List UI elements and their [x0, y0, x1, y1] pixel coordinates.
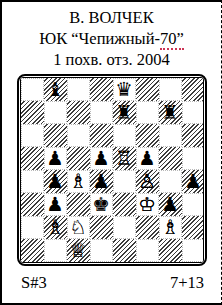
square-b8[interactable]: ♝ [44, 78, 67, 101]
black-rook: ♜ [159, 101, 182, 124]
caption-row: S#3 7+13 [2, 273, 221, 293]
square-d5[interactable]: ♟ [90, 147, 113, 170]
black-pawn: ♟ [90, 170, 113, 193]
square-g1[interactable] [159, 239, 182, 262]
square-h1[interactable] [182, 239, 204, 262]
square-b4[interactable]: ♟ [44, 170, 67, 193]
board-frame-inner: ♝♛♜♜♟♟♖♟♟♗♟♙♟♟♚♔♟♗♘♗♕ [20, 77, 204, 263]
square-b3[interactable]: ♟ [44, 193, 67, 216]
black-pawn: ♟ [137, 148, 158, 169]
problem-card: В. ВОЛЧЕК ЮК “Чепижный-70” 1 похв. отз. … [0, 0, 222, 305]
square-a6[interactable] [21, 124, 44, 147]
square-f3[interactable]: ♔ [136, 193, 159, 216]
square-d7[interactable] [90, 101, 113, 124]
square-d2[interactable] [90, 216, 113, 239]
square-c6[interactable] [67, 124, 90, 147]
white-bishop: ♗ [160, 217, 181, 238]
square-h6[interactable] [182, 124, 204, 147]
black-rook: ♜ [113, 101, 136, 124]
black-pawn: ♟ [44, 170, 67, 193]
square-a5[interactable] [21, 147, 44, 170]
square-e2[interactable] [113, 216, 136, 239]
white-bishop: ♗ [68, 171, 89, 192]
square-e4[interactable] [113, 170, 136, 193]
square-e6[interactable] [113, 124, 136, 147]
square-c1[interactable]: ♕ [67, 239, 90, 262]
square-g7[interactable]: ♜ [159, 101, 182, 124]
tournament-prefix: ЮК “Чепижный- [39, 29, 160, 48]
square-c2[interactable]: ♘ [67, 216, 90, 239]
square-e1[interactable] [113, 239, 136, 262]
black-queen: ♛ [114, 79, 135, 100]
chessboard[interactable]: ♝♛♜♜♟♟♖♟♟♗♟♙♟♟♚♔♟♗♘♗♕ [21, 78, 203, 262]
black-pawn: ♟ [45, 194, 66, 215]
square-c5[interactable] [67, 147, 90, 170]
black-pawn: ♟ [45, 148, 66, 169]
board-frame: ♝♛♜♜♟♟♖♟♟♗♟♙♟♟♚♔♟♗♘♗♕ [17, 74, 207, 266]
square-h8[interactable] [182, 78, 204, 101]
square-f2[interactable] [136, 216, 159, 239]
square-c8[interactable] [67, 78, 90, 101]
square-a2[interactable] [21, 216, 44, 239]
square-g8[interactable] [159, 78, 182, 101]
square-h5[interactable] [182, 147, 204, 170]
square-a7[interactable] [21, 101, 44, 124]
square-f8[interactable] [136, 78, 159, 101]
square-g4[interactable] [159, 170, 182, 193]
black-pawn: ♟ [159, 193, 182, 216]
square-e5[interactable]: ♖ [113, 147, 136, 170]
black-king: ♚ [91, 194, 112, 215]
square-f5[interactable]: ♟ [136, 147, 159, 170]
square-e3[interactable] [113, 193, 136, 216]
white-rook: ♖ [113, 147, 136, 170]
square-g6[interactable] [159, 124, 182, 147]
square-d8[interactable] [90, 78, 113, 101]
square-f4[interactable]: ♙ [136, 170, 159, 193]
square-h7[interactable] [182, 101, 204, 124]
tournament-line: ЮК “Чепижный-70” [2, 28, 221, 49]
square-b2[interactable]: ♗ [44, 216, 67, 239]
square-g2[interactable]: ♗ [159, 216, 182, 239]
material-count: 7+13 [170, 273, 204, 293]
square-a4[interactable] [21, 170, 44, 193]
square-e7[interactable]: ♜ [113, 101, 136, 124]
square-d3[interactable]: ♚ [90, 193, 113, 216]
square-d4[interactable]: ♟ [90, 170, 113, 193]
square-h2[interactable] [182, 216, 204, 239]
black-pawn: ♟ [182, 170, 204, 193]
problem-header: В. ВОЛЧЕК ЮК “Чепижный-70” 1 похв. отз. … [2, 2, 221, 70]
square-b1[interactable] [44, 239, 67, 262]
square-a3[interactable] [21, 193, 44, 216]
square-d6[interactable] [90, 124, 113, 147]
square-e8[interactable]: ♛ [113, 78, 136, 101]
white-king: ♔ [137, 194, 158, 215]
composer-name: В. ВОЛЧЕК [2, 7, 221, 28]
black-bishop: ♝ [44, 78, 67, 101]
stipulation-label: S#3 [21, 273, 47, 293]
square-f1[interactable] [136, 239, 159, 262]
square-h4[interactable]: ♟ [182, 170, 204, 193]
white-pawn: ♙ [136, 170, 159, 193]
square-g5[interactable] [159, 147, 182, 170]
square-b6[interactable] [44, 124, 67, 147]
square-d1[interactable] [90, 239, 113, 262]
square-h3[interactable] [182, 193, 204, 216]
square-a1[interactable] [21, 239, 44, 262]
black-pawn: ♟ [91, 148, 112, 169]
square-b5[interactable]: ♟ [44, 147, 67, 170]
square-b7[interactable] [44, 101, 67, 124]
tournament-marked-text: 70” [160, 29, 184, 50]
white-queen: ♕ [67, 239, 90, 262]
square-f6[interactable] [136, 124, 159, 147]
square-f7[interactable] [136, 101, 159, 124]
square-c7[interactable] [67, 101, 90, 124]
square-c4[interactable]: ♗ [67, 170, 90, 193]
white-bishop: ♗ [44, 216, 67, 239]
square-a8[interactable] [21, 78, 44, 101]
square-c3[interactable] [67, 193, 90, 216]
award-line: 1 похв. отз. 2004 [2, 49, 221, 70]
square-g3[interactable]: ♟ [159, 193, 182, 216]
white-knight: ♘ [68, 217, 89, 238]
